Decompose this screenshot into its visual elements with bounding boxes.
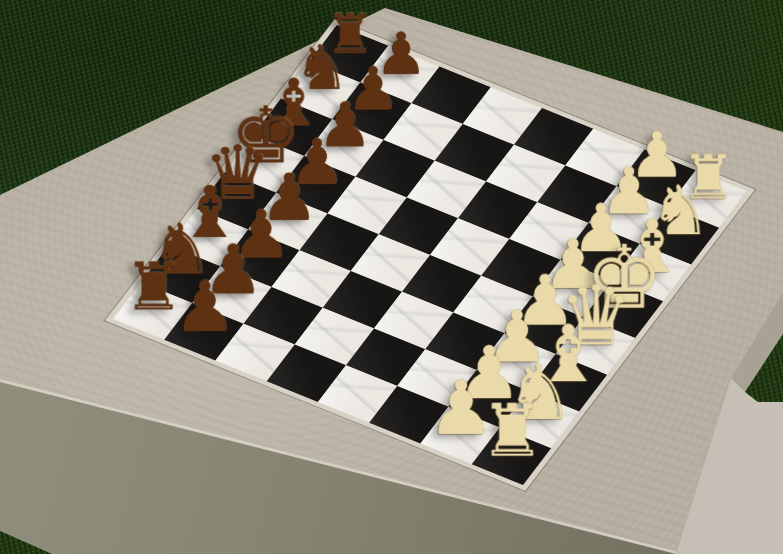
outdoor-chess-table-scene: ♜♞♝♛♚♝♞♜♟♟♟♟♟♟♟♟♟♟♟♟♟♟♟♟♜♞♝♛♚♝♞♜ [0,0,783,554]
piece-white-rook-a1[interactable]: ♜ [452,394,572,466]
